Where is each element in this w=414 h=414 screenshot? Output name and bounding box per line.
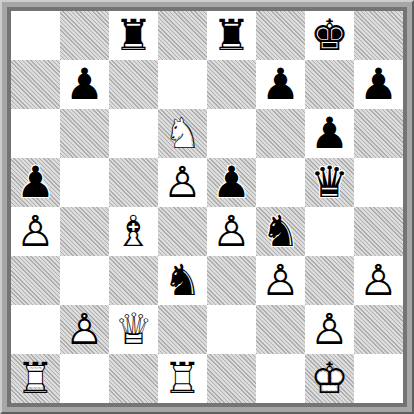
- black-knight[interactable]: ♞: [256, 207, 305, 256]
- square-e5[interactable]: ♟: [207, 158, 256, 207]
- white-pawn[interactable]: ♟♙: [158, 158, 207, 207]
- white-pawn[interactable]: ♟♙: [11, 207, 60, 256]
- white-pawn[interactable]: ♟♙: [256, 256, 305, 305]
- chess-diagram: ♜♜♚♟♟♟♞♘♟♟♟♙♟♛♟♙♝♗♟♙♞♞♟♙♟♙♟♙♛♕♟♙♜♖♜♖♚♔: [0, 0, 414, 414]
- square-f7[interactable]: ♟: [256, 60, 305, 109]
- black-pawn[interactable]: ♟: [207, 158, 256, 207]
- square-c5[interactable]: [109, 158, 158, 207]
- piece-outline-glyph: ♖: [158, 354, 207, 403]
- square-e4[interactable]: ♟♙: [207, 207, 256, 256]
- piece-outline-glyph: ♙: [11, 207, 60, 256]
- black-pawn[interactable]: ♟: [305, 109, 354, 158]
- square-h8[interactable]: [354, 11, 403, 60]
- square-f1[interactable]: [256, 354, 305, 403]
- square-f2[interactable]: [256, 305, 305, 354]
- square-e2[interactable]: [207, 305, 256, 354]
- square-h2[interactable]: [354, 305, 403, 354]
- square-c8[interactable]: ♜: [109, 11, 158, 60]
- square-c6[interactable]: [109, 109, 158, 158]
- white-pawn[interactable]: ♟♙: [60, 305, 109, 354]
- square-h3[interactable]: ♟♙: [354, 256, 403, 305]
- white-rook[interactable]: ♜♖: [11, 354, 60, 403]
- chess-board: ♜♜♚♟♟♟♞♘♟♟♟♙♟♛♟♙♝♗♟♙♞♞♟♙♟♙♟♙♛♕♟♙♜♖♜♖♚♔: [7, 7, 407, 407]
- square-g2[interactable]: ♟♙: [305, 305, 354, 354]
- square-e3[interactable]: [207, 256, 256, 305]
- square-f4[interactable]: ♞: [256, 207, 305, 256]
- square-g7[interactable]: [305, 60, 354, 109]
- white-pawn[interactable]: ♟♙: [354, 256, 403, 305]
- square-d1[interactable]: ♜♖: [158, 354, 207, 403]
- square-b5[interactable]: [60, 158, 109, 207]
- piece-outline-glyph: ♙: [60, 305, 109, 354]
- square-e1[interactable]: [207, 354, 256, 403]
- black-rook[interactable]: ♜: [207, 11, 256, 60]
- square-d4[interactable]: [158, 207, 207, 256]
- square-c1[interactable]: [109, 354, 158, 403]
- square-a2[interactable]: [11, 305, 60, 354]
- square-a3[interactable]: [11, 256, 60, 305]
- piece-outline-glyph: ♙: [305, 305, 354, 354]
- square-f6[interactable]: [256, 109, 305, 158]
- square-a4[interactable]: ♟♙: [11, 207, 60, 256]
- square-c7[interactable]: [109, 60, 158, 109]
- black-rook[interactable]: ♜: [109, 11, 158, 60]
- square-e8[interactable]: ♜: [207, 11, 256, 60]
- square-h7[interactable]: ♟: [354, 60, 403, 109]
- square-b7[interactable]: ♟: [60, 60, 109, 109]
- square-h4[interactable]: [354, 207, 403, 256]
- square-g8[interactable]: ♚: [305, 11, 354, 60]
- piece-outline-glyph: ♖: [11, 354, 60, 403]
- square-d5[interactable]: ♟♙: [158, 158, 207, 207]
- piece-outline-glyph: ♘: [158, 109, 207, 158]
- square-b2[interactable]: ♟♙: [60, 305, 109, 354]
- square-f5[interactable]: [256, 158, 305, 207]
- white-queen[interactable]: ♛♕: [109, 305, 158, 354]
- black-king[interactable]: ♚: [305, 11, 354, 60]
- square-b8[interactable]: [60, 11, 109, 60]
- square-d8[interactable]: [158, 11, 207, 60]
- black-knight[interactable]: ♞: [158, 256, 207, 305]
- square-a5[interactable]: ♟: [11, 158, 60, 207]
- square-a7[interactable]: [11, 60, 60, 109]
- square-h5[interactable]: [354, 158, 403, 207]
- square-h6[interactable]: [354, 109, 403, 158]
- white-knight[interactable]: ♞♘: [158, 109, 207, 158]
- square-g1[interactable]: ♚♔: [305, 354, 354, 403]
- square-b6[interactable]: [60, 109, 109, 158]
- square-b3[interactable]: [60, 256, 109, 305]
- square-d2[interactable]: [158, 305, 207, 354]
- piece-outline-glyph: ♕: [109, 305, 158, 354]
- square-a6[interactable]: [11, 109, 60, 158]
- square-f3[interactable]: ♟♙: [256, 256, 305, 305]
- piece-outline-glyph: ♗: [109, 207, 158, 256]
- square-a8[interactable]: [11, 11, 60, 60]
- square-d7[interactable]: [158, 60, 207, 109]
- square-g6[interactable]: ♟: [305, 109, 354, 158]
- square-e6[interactable]: [207, 109, 256, 158]
- square-c2[interactable]: ♛♕: [109, 305, 158, 354]
- square-g5[interactable]: ♛: [305, 158, 354, 207]
- black-pawn[interactable]: ♟: [256, 60, 305, 109]
- square-d6[interactable]: ♞♘: [158, 109, 207, 158]
- black-queen[interactable]: ♛: [305, 158, 354, 207]
- square-g3[interactable]: [305, 256, 354, 305]
- square-b1[interactable]: [60, 354, 109, 403]
- white-rook[interactable]: ♜♖: [158, 354, 207, 403]
- square-e7[interactable]: [207, 60, 256, 109]
- black-pawn[interactable]: ♟: [11, 158, 60, 207]
- square-g4[interactable]: [305, 207, 354, 256]
- piece-outline-glyph: ♙: [256, 256, 305, 305]
- white-pawn[interactable]: ♟♙: [207, 207, 256, 256]
- piece-outline-glyph: ♙: [207, 207, 256, 256]
- square-f8[interactable]: [256, 11, 305, 60]
- piece-outline-glyph: ♙: [158, 158, 207, 207]
- square-b4[interactable]: [60, 207, 109, 256]
- square-c3[interactable]: [109, 256, 158, 305]
- white-bishop[interactable]: ♝♗: [109, 207, 158, 256]
- square-a1[interactable]: ♜♖: [11, 354, 60, 403]
- black-pawn[interactable]: ♟: [354, 60, 403, 109]
- square-c4[interactable]: ♝♗: [109, 207, 158, 256]
- piece-outline-glyph: ♔: [305, 354, 354, 403]
- square-h1[interactable]: [354, 354, 403, 403]
- piece-outline-glyph: ♙: [354, 256, 403, 305]
- white-pawn[interactable]: ♟♙: [305, 305, 354, 354]
- white-king[interactable]: ♚♔: [305, 354, 354, 403]
- black-pawn[interactable]: ♟: [60, 60, 109, 109]
- square-d3[interactable]: ♞: [158, 256, 207, 305]
